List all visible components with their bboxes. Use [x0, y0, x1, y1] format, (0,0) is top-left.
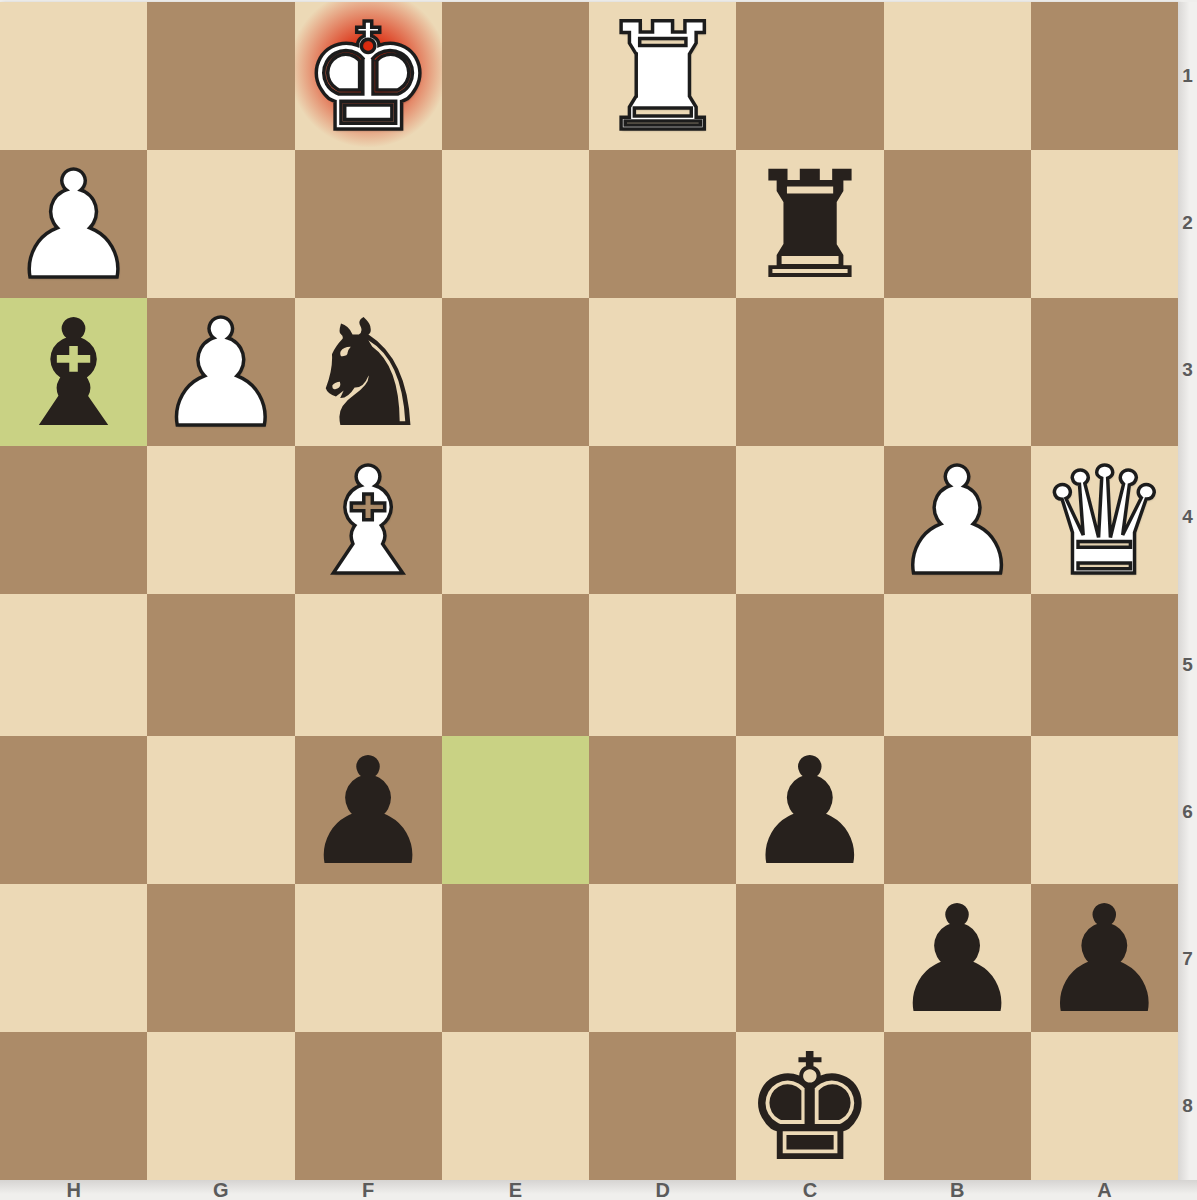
square-f7[interactable] — [295, 884, 442, 1032]
square-c4[interactable] — [736, 446, 883, 594]
square-d8[interactable] — [589, 1032, 736, 1180]
square-b8[interactable] — [884, 1032, 1031, 1180]
square-e3[interactable] — [442, 298, 589, 446]
rank-coordinates: 12345678 — [1178, 2, 1197, 1180]
black-pawn[interactable]: ♟ — [1038, 886, 1171, 1034]
square-g1[interactable] — [147, 2, 294, 150]
file-coordinates: HGFEDCBA — [0, 1180, 1197, 1200]
square-d5[interactable] — [589, 594, 736, 736]
file-label-b: B — [884, 1180, 1031, 1200]
square-c3[interactable] — [736, 298, 883, 446]
rank-label-8: 8 — [1178, 1033, 1197, 1180]
square-c7[interactable] — [736, 884, 883, 1032]
file-label-f: F — [295, 1180, 442, 1200]
file-label-c: C — [736, 1180, 883, 1200]
square-e4[interactable] — [442, 446, 589, 594]
white-pawn[interactable]: ♟ — [7, 152, 140, 300]
chess-board: ♚♜♟♜♝♟♞♝♟♛♟♟♟♟♚ — [0, 2, 1178, 1180]
square-h5[interactable] — [0, 594, 147, 736]
square-g4[interactable] — [147, 446, 294, 594]
white-pawn[interactable]: ♟ — [155, 300, 288, 448]
square-b3[interactable] — [884, 298, 1031, 446]
square-a1[interactable] — [1031, 2, 1178, 150]
file-label-a: A — [1031, 1180, 1178, 1200]
square-a5[interactable] — [1031, 594, 1178, 736]
square-h6[interactable] — [0, 736, 147, 884]
square-b2[interactable] — [884, 150, 1031, 298]
square-b1[interactable] — [884, 2, 1031, 150]
square-b5[interactable] — [884, 594, 1031, 736]
rank-label-4: 4 — [1178, 444, 1197, 591]
square-g6[interactable] — [147, 736, 294, 884]
black-king[interactable]: ♚ — [744, 1034, 877, 1182]
rank-label-5: 5 — [1178, 591, 1197, 738]
square-f4[interactable]: ♝ — [295, 446, 442, 594]
square-a6[interactable] — [1031, 736, 1178, 884]
square-a4[interactable]: ♛ — [1031, 446, 1178, 594]
square-c5[interactable] — [736, 594, 883, 736]
white-queen[interactable]: ♛ — [1038, 448, 1171, 596]
square-f6[interactable]: ♟ — [295, 736, 442, 884]
square-e2[interactable] — [442, 150, 589, 298]
file-label-d: D — [589, 1180, 736, 1200]
rank-label-1: 1 — [1178, 2, 1197, 149]
file-label-e: E — [442, 1180, 589, 1200]
square-e6[interactable] — [442, 736, 589, 884]
square-d4[interactable] — [589, 446, 736, 594]
square-b7[interactable]: ♟ — [884, 884, 1031, 1032]
square-f8[interactable] — [295, 1032, 442, 1180]
square-d7[interactable] — [589, 884, 736, 1032]
square-h8[interactable] — [0, 1032, 147, 1180]
square-a2[interactable] — [1031, 150, 1178, 298]
white-pawn[interactable]: ♟ — [891, 448, 1024, 596]
square-c2[interactable]: ♜ — [736, 150, 883, 298]
rank-label-7: 7 — [1178, 886, 1197, 1033]
square-g3[interactable]: ♟ — [147, 298, 294, 446]
black-bishop[interactable]: ♝ — [7, 300, 140, 448]
square-b4[interactable]: ♟ — [884, 446, 1031, 594]
rank-label-6: 6 — [1178, 738, 1197, 885]
black-knight[interactable]: ♞ — [302, 300, 435, 448]
square-h3[interactable]: ♝ — [0, 298, 147, 446]
square-e1[interactable] — [442, 2, 589, 150]
white-king[interactable]: ♚ — [302, 4, 435, 152]
square-e8[interactable] — [442, 1032, 589, 1180]
square-h4[interactable] — [0, 446, 147, 594]
square-d2[interactable] — [589, 150, 736, 298]
square-c1[interactable] — [736, 2, 883, 150]
square-a3[interactable] — [1031, 298, 1178, 446]
square-f1[interactable]: ♚ — [295, 2, 442, 150]
square-b6[interactable] — [884, 736, 1031, 884]
square-e5[interactable] — [442, 594, 589, 736]
square-d6[interactable] — [589, 736, 736, 884]
square-f2[interactable] — [295, 150, 442, 298]
square-g5[interactable] — [147, 594, 294, 736]
square-g2[interactable] — [147, 150, 294, 298]
square-c8[interactable]: ♚ — [736, 1032, 883, 1180]
square-d1[interactable]: ♜ — [589, 2, 736, 150]
black-rook[interactable]: ♜ — [744, 152, 877, 300]
file-label-h: H — [0, 1180, 147, 1200]
square-a8[interactable] — [1031, 1032, 1178, 1180]
white-rook[interactable]: ♜ — [596, 4, 729, 152]
square-a7[interactable]: ♟ — [1031, 884, 1178, 1032]
white-bishop[interactable]: ♝ — [302, 448, 435, 596]
square-f5[interactable] — [295, 594, 442, 736]
file-label-g: G — [147, 1180, 294, 1200]
rank-label-3: 3 — [1178, 297, 1197, 444]
square-h1[interactable] — [0, 2, 147, 150]
black-pawn[interactable]: ♟ — [302, 738, 435, 886]
square-d3[interactable] — [589, 298, 736, 446]
square-g7[interactable] — [147, 884, 294, 1032]
square-h2[interactable]: ♟ — [0, 150, 147, 298]
square-f3[interactable]: ♞ — [295, 298, 442, 446]
black-pawn[interactable]: ♟ — [744, 738, 877, 886]
square-c6[interactable]: ♟ — [736, 736, 883, 884]
square-g8[interactable] — [147, 1032, 294, 1180]
black-pawn[interactable]: ♟ — [891, 886, 1024, 1034]
square-h7[interactable] — [0, 884, 147, 1032]
square-e7[interactable] — [442, 884, 589, 1032]
rank-label-2: 2 — [1178, 149, 1197, 296]
